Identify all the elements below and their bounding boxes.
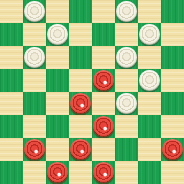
dark-square[interactable]	[161, 138, 184, 161]
dark-square[interactable]	[161, 92, 184, 115]
light-square	[115, 161, 138, 184]
light-square	[69, 161, 92, 184]
light-square	[69, 115, 92, 138]
dark-square[interactable]	[69, 92, 92, 115]
white-piece[interactable]	[116, 93, 137, 114]
white-piece[interactable]	[139, 24, 160, 45]
light-square	[92, 0, 115, 23]
light-square	[46, 46, 69, 69]
light-square	[115, 69, 138, 92]
dark-square[interactable]	[0, 161, 23, 184]
dark-square[interactable]	[161, 0, 184, 23]
light-square	[115, 115, 138, 138]
light-square	[23, 69, 46, 92]
light-square	[92, 46, 115, 69]
light-square	[92, 138, 115, 161]
checkers-board	[0, 0, 184, 184]
light-square	[92, 92, 115, 115]
dark-square[interactable]	[46, 115, 69, 138]
dark-square[interactable]	[46, 23, 69, 46]
white-piece[interactable]	[116, 1, 137, 22]
white-piece[interactable]	[116, 47, 137, 68]
light-square	[69, 69, 92, 92]
light-square	[23, 115, 46, 138]
dark-square[interactable]	[138, 161, 161, 184]
dark-square[interactable]	[92, 115, 115, 138]
dark-square[interactable]	[115, 0, 138, 23]
white-piece[interactable]	[24, 1, 45, 22]
dark-square[interactable]	[138, 115, 161, 138]
red-piece[interactable]	[47, 162, 68, 183]
dark-square[interactable]	[46, 69, 69, 92]
dark-square[interactable]	[92, 161, 115, 184]
light-square	[161, 23, 184, 46]
light-square	[0, 46, 23, 69]
light-square	[138, 0, 161, 23]
light-square	[69, 23, 92, 46]
dark-square[interactable]	[92, 23, 115, 46]
red-piece[interactable]	[162, 139, 183, 160]
red-piece[interactable]	[70, 93, 91, 114]
light-square	[138, 46, 161, 69]
light-square	[138, 138, 161, 161]
light-square	[161, 115, 184, 138]
white-piece[interactable]	[47, 24, 68, 45]
light-square	[161, 161, 184, 184]
dark-square[interactable]	[69, 138, 92, 161]
red-piece[interactable]	[70, 139, 91, 160]
dark-square[interactable]	[0, 23, 23, 46]
light-square	[0, 0, 23, 23]
dark-square[interactable]	[115, 92, 138, 115]
dark-square[interactable]	[115, 46, 138, 69]
white-piece[interactable]	[24, 47, 45, 68]
dark-square[interactable]	[161, 46, 184, 69]
dark-square[interactable]	[0, 69, 23, 92]
red-piece[interactable]	[93, 116, 114, 137]
light-square	[46, 0, 69, 23]
light-square	[23, 23, 46, 46]
light-square	[46, 92, 69, 115]
white-piece[interactable]	[139, 70, 160, 91]
dark-square[interactable]	[138, 69, 161, 92]
dark-square[interactable]	[23, 0, 46, 23]
light-square	[0, 92, 23, 115]
dark-square[interactable]	[46, 161, 69, 184]
dark-square[interactable]	[92, 69, 115, 92]
dark-square[interactable]	[69, 46, 92, 69]
dark-square[interactable]	[69, 0, 92, 23]
light-square	[138, 92, 161, 115]
light-square	[115, 23, 138, 46]
light-square	[46, 138, 69, 161]
dark-square[interactable]	[138, 23, 161, 46]
red-piece[interactable]	[93, 162, 114, 183]
red-piece[interactable]	[24, 139, 45, 160]
light-square	[161, 69, 184, 92]
dark-square[interactable]	[23, 46, 46, 69]
dark-square[interactable]	[23, 138, 46, 161]
red-piece[interactable]	[93, 70, 114, 91]
dark-square[interactable]	[23, 92, 46, 115]
dark-square[interactable]	[115, 138, 138, 161]
dark-square[interactable]	[0, 115, 23, 138]
light-square	[23, 161, 46, 184]
light-square	[0, 138, 23, 161]
